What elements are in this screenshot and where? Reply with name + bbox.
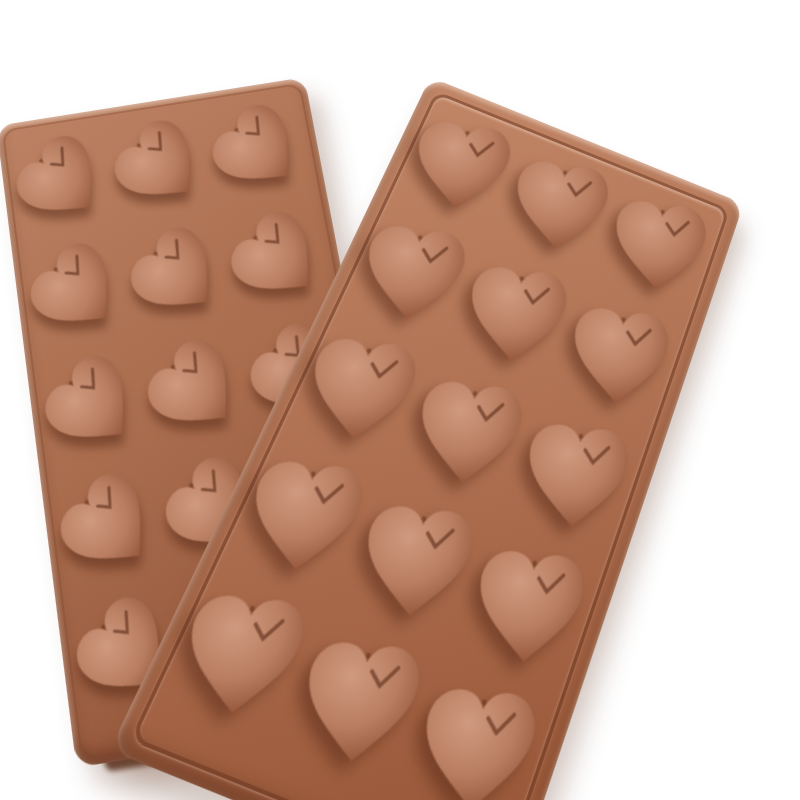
heart-shape-svg — [456, 258, 576, 371]
heart-bump — [119, 212, 237, 338]
heart-bump — [49, 457, 171, 594]
heart-shape-svg — [561, 299, 677, 413]
heart-shape-svg — [407, 679, 546, 800]
heart-shape-svg — [604, 192, 713, 299]
heart-bump — [136, 324, 257, 455]
heart-shape-svg — [402, 113, 519, 218]
heart-shape-svg — [295, 329, 427, 448]
product-photo — [0, 0, 800, 800]
heart-shape-svg — [233, 452, 373, 580]
heart-bump — [20, 228, 135, 354]
heart-bump — [201, 90, 318, 210]
heart-bump — [34, 340, 153, 471]
heart-bump — [219, 196, 339, 321]
heart-shape-svg — [404, 372, 531, 492]
heart-shape-svg — [287, 632, 431, 771]
heart-shape-svg — [351, 217, 475, 329]
heart-shape-svg — [348, 496, 483, 625]
heart-shape-svg — [503, 153, 616, 259]
heart-shape-svg — [166, 585, 316, 723]
heart-bump — [104, 105, 219, 225]
heart-shape-svg — [463, 541, 593, 671]
heart-shape-svg — [514, 415, 636, 536]
heart-bump — [7, 121, 120, 242]
